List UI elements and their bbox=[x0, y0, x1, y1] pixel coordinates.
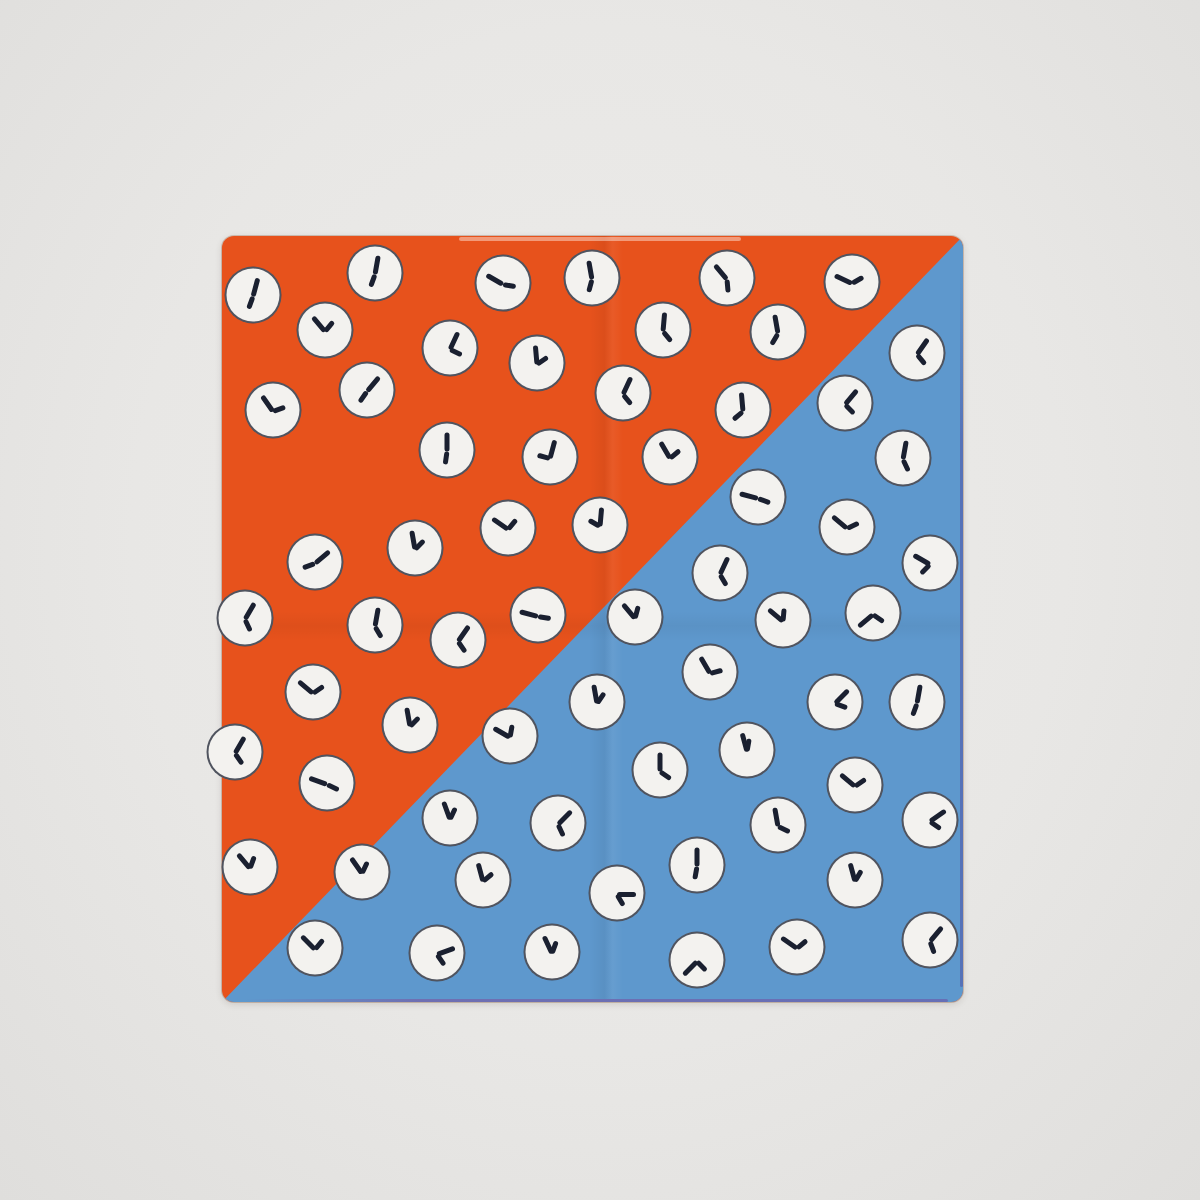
clock-motif bbox=[827, 852, 884, 909]
clock-motif bbox=[455, 852, 512, 909]
clock-motif bbox=[715, 382, 772, 439]
hour-hand bbox=[556, 823, 566, 837]
clock-motif bbox=[750, 304, 807, 361]
hour-hand bbox=[872, 612, 886, 624]
hour-hand bbox=[538, 614, 552, 621]
clock-motif bbox=[482, 708, 539, 765]
minute-hand bbox=[695, 847, 700, 866]
clock-motif bbox=[419, 422, 476, 479]
minute-hand bbox=[834, 273, 853, 286]
hour-hand bbox=[360, 860, 370, 874]
hour-hand bbox=[248, 855, 257, 869]
minute-hand bbox=[718, 556, 731, 575]
hour-hand bbox=[246, 295, 255, 309]
hour-hand bbox=[373, 625, 384, 639]
hour-hand bbox=[795, 938, 808, 950]
clock-motif bbox=[889, 325, 946, 382]
clock-motif bbox=[285, 664, 342, 721]
clock-motif bbox=[807, 674, 864, 731]
clock-motif bbox=[339, 362, 396, 419]
minute-hand bbox=[448, 331, 461, 350]
minute-hand bbox=[243, 601, 257, 620]
clock-motif bbox=[589, 865, 646, 922]
hour-hand bbox=[668, 448, 681, 460]
clock-motif bbox=[522, 429, 579, 486]
clock-motif bbox=[719, 722, 776, 779]
hour-hand bbox=[769, 332, 780, 346]
hour-hand bbox=[312, 683, 326, 695]
minute-hand bbox=[928, 925, 944, 943]
clock-motif bbox=[607, 589, 664, 646]
hour-hand bbox=[435, 953, 447, 967]
clock-motif bbox=[287, 920, 344, 977]
clock-motif bbox=[382, 697, 439, 754]
minute-hand bbox=[739, 491, 759, 501]
clock-motif bbox=[817, 375, 874, 432]
minute-hand bbox=[519, 609, 539, 619]
scarf-hem-bottom bbox=[244, 999, 948, 1002]
clock-motif bbox=[572, 497, 629, 554]
clock-motif bbox=[902, 912, 959, 969]
clock-motif bbox=[509, 335, 566, 392]
hour-hand bbox=[846, 520, 860, 530]
minute-hand bbox=[901, 440, 909, 460]
hour-hand bbox=[503, 282, 517, 289]
minute-hand bbox=[772, 314, 780, 334]
minute-hand bbox=[713, 263, 729, 281]
clock-motif bbox=[642, 429, 699, 486]
clock-motif bbox=[902, 792, 959, 849]
clock-motif bbox=[334, 844, 391, 901]
hour-hand bbox=[757, 496, 771, 505]
clock-motif bbox=[824, 254, 881, 311]
clock-motif bbox=[430, 612, 487, 669]
clock-motif bbox=[875, 430, 932, 487]
clock-motif bbox=[245, 382, 302, 439]
minute-hand bbox=[485, 272, 504, 286]
hour-hand bbox=[843, 402, 856, 415]
hour-hand bbox=[506, 517, 518, 530]
hour-hand bbox=[919, 562, 932, 575]
minute-hand bbox=[915, 684, 923, 704]
hour-hand bbox=[368, 273, 377, 287]
hour-hand bbox=[448, 806, 458, 820]
hour-hand bbox=[661, 329, 673, 342]
hour-hand bbox=[709, 667, 723, 675]
clock-motif bbox=[387, 520, 444, 577]
minute-hand bbox=[373, 607, 381, 627]
minute-hand bbox=[445, 432, 450, 451]
hour-hand bbox=[243, 618, 253, 632]
hour-hand bbox=[456, 640, 468, 654]
minute-hand bbox=[308, 775, 328, 786]
minute-hand bbox=[739, 392, 746, 411]
minute-hand bbox=[373, 255, 381, 275]
clock-motif bbox=[827, 757, 884, 814]
clock-motif bbox=[480, 500, 537, 557]
clock-motif bbox=[819, 499, 876, 556]
hour-hand bbox=[725, 279, 731, 292]
hour-hand bbox=[695, 959, 708, 972]
hour-hand bbox=[302, 561, 316, 570]
hour-hand bbox=[323, 319, 335, 332]
scarf-hem-top-highlight bbox=[459, 237, 741, 241]
minute-hand bbox=[586, 260, 594, 280]
clock-motif bbox=[299, 755, 356, 812]
hour-hand bbox=[731, 409, 744, 421]
hour-hand bbox=[313, 937, 325, 950]
clock-motif bbox=[347, 245, 404, 302]
clock-motif bbox=[669, 837, 726, 894]
clock-motif bbox=[845, 585, 902, 642]
clock-motif bbox=[217, 590, 274, 647]
hour-hand bbox=[781, 608, 787, 621]
clock-motif bbox=[475, 255, 532, 312]
hour-hand bbox=[357, 390, 369, 404]
clock-motif bbox=[409, 925, 466, 982]
clock-motif bbox=[297, 302, 354, 359]
hour-hand bbox=[718, 573, 729, 587]
hour-hand bbox=[854, 776, 868, 788]
minute-hand bbox=[658, 752, 663, 771]
minute-hand bbox=[661, 312, 668, 331]
hour-hand bbox=[901, 458, 911, 472]
hour-hand bbox=[326, 782, 340, 792]
hour-hand bbox=[586, 278, 594, 292]
clock-motif bbox=[635, 302, 692, 359]
clock-motif bbox=[730, 469, 787, 526]
hour-hand bbox=[745, 738, 752, 752]
clock-motif bbox=[595, 365, 652, 422]
clock-motif bbox=[669, 932, 726, 989]
clock-motif bbox=[530, 795, 587, 852]
clock-motif bbox=[699, 250, 756, 307]
clock-motif bbox=[422, 320, 479, 377]
clock-motif bbox=[510, 587, 567, 644]
clock-motif bbox=[902, 535, 959, 592]
clock-motif bbox=[287, 534, 344, 591]
photo-background bbox=[0, 0, 1200, 1200]
hour-hand bbox=[692, 866, 699, 880]
clock-motif bbox=[682, 644, 739, 701]
hour-hand bbox=[449, 347, 463, 357]
hour-hand bbox=[508, 724, 515, 738]
clock-motif bbox=[755, 592, 812, 649]
clock-motif bbox=[769, 919, 826, 976]
clock-motif bbox=[750, 797, 807, 854]
clock-motif bbox=[632, 742, 689, 799]
clock-motif bbox=[347, 597, 404, 654]
hour-hand bbox=[233, 752, 245, 766]
minute-hand bbox=[365, 375, 381, 393]
scarf-hem-right bbox=[960, 259, 963, 987]
hour-hand bbox=[851, 274, 865, 285]
clock-motif bbox=[524, 924, 581, 981]
hour-hand bbox=[915, 352, 927, 365]
hour-hand bbox=[272, 404, 286, 413]
clock-motif bbox=[222, 839, 279, 896]
minute-hand bbox=[233, 735, 247, 754]
minute-hand bbox=[772, 807, 780, 827]
clock-motif bbox=[692, 545, 749, 602]
hour-hand bbox=[910, 702, 919, 716]
hour-hand bbox=[659, 769, 673, 781]
hour-hand bbox=[550, 940, 559, 954]
minute-hand bbox=[313, 549, 331, 565]
hour-hand bbox=[621, 392, 633, 405]
clock-motif bbox=[225, 267, 282, 324]
clock-motif bbox=[422, 790, 479, 847]
minute-hand bbox=[251, 277, 261, 297]
hour-hand bbox=[443, 451, 450, 465]
hour-hand bbox=[928, 940, 937, 954]
clock-motif bbox=[889, 674, 946, 731]
hour-hand bbox=[777, 824, 791, 834]
clock-motif bbox=[564, 250, 621, 307]
minute-hand bbox=[621, 376, 634, 395]
hour-hand bbox=[633, 605, 641, 619]
hour-hand bbox=[834, 701, 848, 710]
clock-motif bbox=[207, 724, 264, 781]
clock-motif bbox=[569, 674, 626, 731]
minute-hand bbox=[456, 624, 471, 642]
